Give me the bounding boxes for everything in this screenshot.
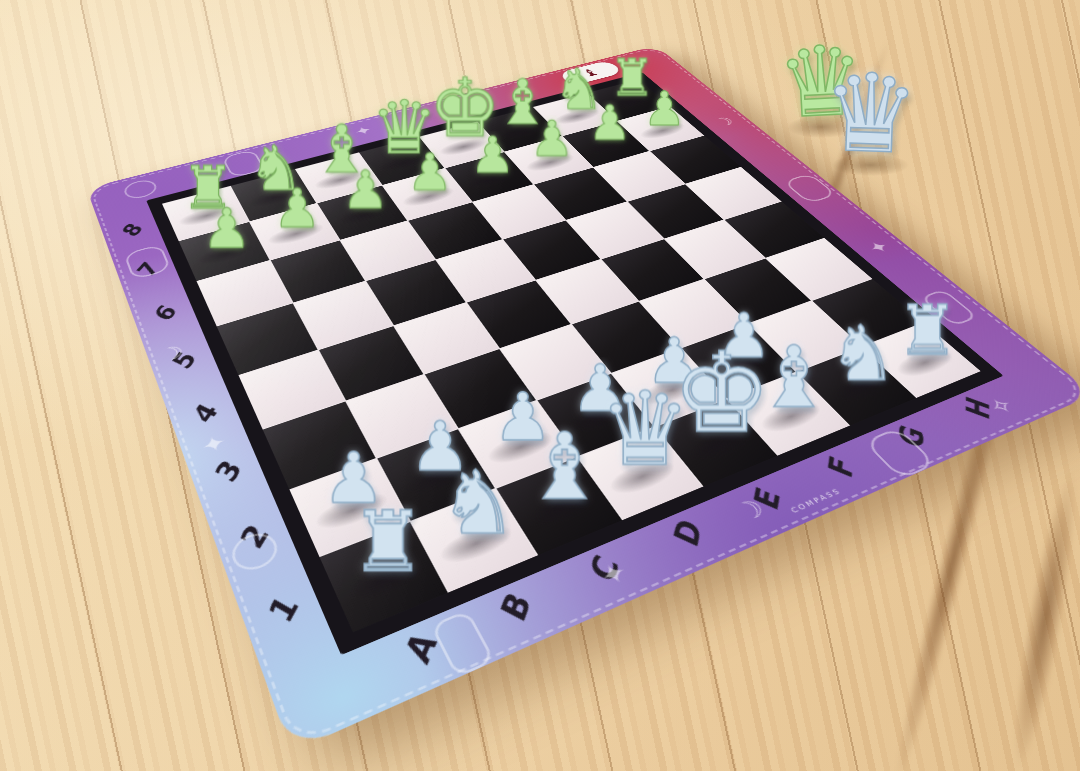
piece-blue-queen-offboard: ♛ (822, 60, 919, 168)
queen-glyph: ♛ (820, 58, 921, 169)
chess-mat: ♝ 12345678ABCDEFGH ☽✦✦☽✧☽✦✦☽COMPASS ♜♞♝♛… (86, 46, 1080, 752)
rook-glyph: ♜ (308, 501, 467, 585)
photo-chess-scene: { "game": "chess", "scene": { "setting":… (0, 0, 1080, 771)
